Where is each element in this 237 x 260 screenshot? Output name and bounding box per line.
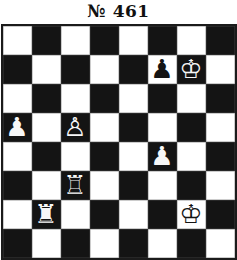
square-c6[interactable]	[61, 84, 90, 113]
square-a8[interactable]	[3, 26, 32, 55]
square-d6[interactable]	[90, 84, 119, 113]
square-e7[interactable]	[119, 55, 148, 84]
square-d4[interactable]	[90, 142, 119, 171]
square-g3[interactable]	[177, 171, 206, 200]
square-b2[interactable]: ♜	[32, 200, 61, 229]
square-a4[interactable]	[3, 142, 32, 171]
square-a1[interactable]	[3, 229, 32, 258]
square-f6[interactable]	[148, 84, 177, 113]
square-b5[interactable]	[32, 113, 61, 142]
square-f3[interactable]	[148, 171, 177, 200]
square-e8[interactable]	[119, 26, 148, 55]
piece-white-king: ♔	[179, 200, 202, 229]
square-f8[interactable]	[148, 26, 177, 55]
square-c5[interactable]: ♙	[61, 113, 90, 142]
square-e3[interactable]	[119, 171, 148, 200]
square-d8[interactable]	[90, 26, 119, 55]
piece-white-rook: ♜	[34, 200, 57, 229]
square-e4[interactable]	[119, 142, 148, 171]
piece-black-pawn: ♟	[150, 55, 173, 84]
piece-black-pawn: ♙	[63, 113, 86, 142]
square-b8[interactable]	[32, 26, 61, 55]
square-d3[interactable]	[90, 171, 119, 200]
square-h8[interactable]	[206, 26, 235, 55]
square-c8[interactable]	[61, 26, 90, 55]
square-b6[interactable]	[32, 84, 61, 113]
square-g7[interactable]: ♔	[177, 55, 206, 84]
puzzle-page: № 461 ♟♔♟♙♟♖♜♔	[0, 0, 237, 260]
square-h7[interactable]	[206, 55, 235, 84]
puzzle-number: № 461	[0, 0, 237, 24]
square-b7[interactable]	[32, 55, 61, 84]
square-d5[interactable]	[90, 113, 119, 142]
chess-board: ♟♔♟♙♟♖♜♔	[1, 24, 237, 260]
square-h3[interactable]	[206, 171, 235, 200]
square-h5[interactable]	[206, 113, 235, 142]
square-h4[interactable]	[206, 142, 235, 171]
square-e2[interactable]	[119, 200, 148, 229]
square-a6[interactable]	[3, 84, 32, 113]
piece-black-rook: ♖	[63, 171, 86, 200]
square-h6[interactable]	[206, 84, 235, 113]
square-f4[interactable]: ♟	[148, 142, 177, 171]
square-h1[interactable]	[206, 229, 235, 258]
square-b1[interactable]	[32, 229, 61, 258]
square-g5[interactable]	[177, 113, 206, 142]
square-c7[interactable]	[61, 55, 90, 84]
square-c3[interactable]: ♖	[61, 171, 90, 200]
square-f1[interactable]	[148, 229, 177, 258]
square-c2[interactable]	[61, 200, 90, 229]
piece-white-pawn: ♟	[5, 113, 28, 142]
square-a2[interactable]	[3, 200, 32, 229]
square-g8[interactable]	[177, 26, 206, 55]
square-a7[interactable]	[3, 55, 32, 84]
square-f7[interactable]: ♟	[148, 55, 177, 84]
square-b3[interactable]	[32, 171, 61, 200]
square-e6[interactable]	[119, 84, 148, 113]
square-c1[interactable]	[61, 229, 90, 258]
square-b4[interactable]	[32, 142, 61, 171]
square-h2[interactable]	[206, 200, 235, 229]
square-d2[interactable]	[90, 200, 119, 229]
square-e1[interactable]	[119, 229, 148, 258]
square-d7[interactable]	[90, 55, 119, 84]
square-c4[interactable]	[61, 142, 90, 171]
square-a5[interactable]: ♟	[3, 113, 32, 142]
square-g4[interactable]	[177, 142, 206, 171]
piece-black-king: ♔	[179, 55, 202, 84]
square-a3[interactable]	[3, 171, 32, 200]
square-e5[interactable]	[119, 113, 148, 142]
square-f5[interactable]	[148, 113, 177, 142]
square-f2[interactable]	[148, 200, 177, 229]
square-g2[interactable]: ♔	[177, 200, 206, 229]
piece-white-pawn: ♟	[150, 142, 173, 171]
square-d1[interactable]	[90, 229, 119, 258]
square-g1[interactable]	[177, 229, 206, 258]
square-g6[interactable]	[177, 84, 206, 113]
